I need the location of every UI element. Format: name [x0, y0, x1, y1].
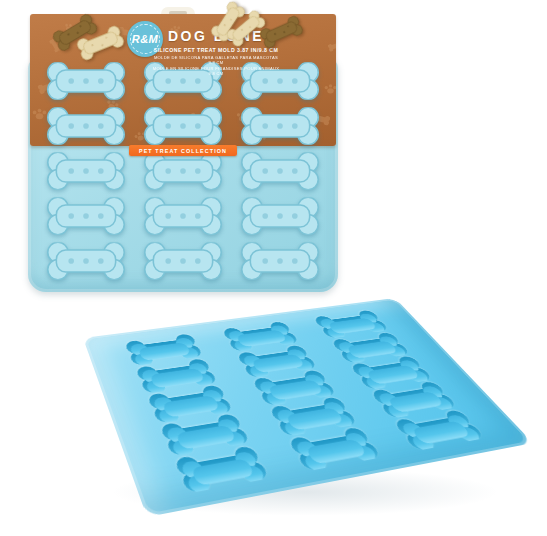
product-subtitle-fr: MOULE EN SILICONE POUR FRIANDISES POUR A… [152, 66, 280, 76]
pattern-bone-icon [327, 39, 336, 52]
raised-bone-cavity [144, 106, 222, 146]
raised-bone-cavity [47, 61, 125, 101]
raised-bone-cavity [144, 196, 222, 236]
product-subtitle-en: SILICONE PET TREAT MOLD 3.87 IN/9.8 CM [152, 47, 280, 53]
collection-banner-label: PET TREAT COLLECTION [139, 148, 227, 154]
raised-bone-cavity [241, 151, 319, 191]
raised-bone-cavity [47, 106, 125, 146]
raised-bone-cavity [47, 151, 125, 191]
raised-bone-cavity [144, 151, 222, 191]
raised-bone-cavity [241, 106, 319, 146]
raised-bone-cavity [241, 196, 319, 236]
packaged-mold-cavities [28, 58, 338, 292]
product-photo-dog-bone-mold: R&M DOG BONE SILICONE PET TREAT MOLD 3.8… [0, 0, 547, 536]
raised-bone-cavity [144, 241, 222, 281]
collection-banner: PET TREAT COLLECTION [129, 145, 237, 156]
raised-bone-cavity [47, 241, 125, 281]
product-subtitle-es: MOLDE DE SILICONA PARA GALLETAS PARA MAS… [152, 55, 280, 65]
raised-bone-cavity [241, 241, 319, 281]
raised-bone-cavity [47, 196, 125, 236]
